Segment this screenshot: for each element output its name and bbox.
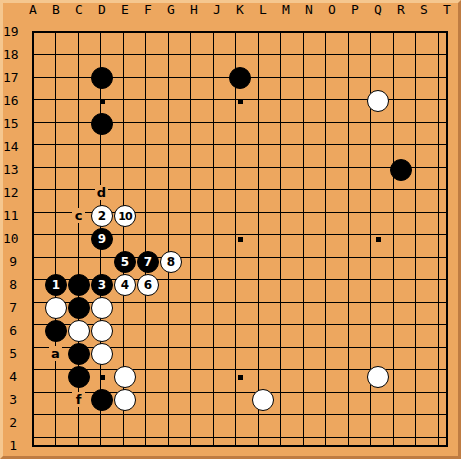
point-label-c: c bbox=[72, 208, 85, 223]
stone-black-b6 bbox=[45, 320, 67, 342]
column-label-l: L bbox=[255, 2, 271, 18]
stone-black-f9: 7 bbox=[137, 251, 159, 273]
row-label-18: 18 bbox=[3, 47, 17, 63]
stone-white-f8: 6 bbox=[137, 274, 159, 296]
stone-white-d11: 2 bbox=[91, 205, 113, 227]
move-number-7: 7 bbox=[144, 256, 152, 268]
row-label-9: 9 bbox=[3, 254, 17, 270]
column-label-q: Q bbox=[370, 2, 386, 18]
point-label-d: d bbox=[95, 185, 108, 200]
row-label-15: 15 bbox=[3, 116, 17, 132]
column-label-s: S bbox=[416, 2, 432, 18]
star-point-q10 bbox=[376, 237, 381, 242]
row-label-14: 14 bbox=[3, 139, 17, 155]
stone-black-d8: 3 bbox=[91, 274, 113, 296]
row-label-17: 17 bbox=[3, 70, 17, 86]
row-label-2: 2 bbox=[3, 415, 17, 431]
stone-black-e9: 5 bbox=[114, 251, 136, 273]
move-number-10: 10 bbox=[118, 211, 131, 222]
stone-white-e11: 10 bbox=[114, 205, 136, 227]
move-number-9: 9 bbox=[98, 233, 106, 245]
row-label-19: 19 bbox=[3, 24, 17, 40]
column-label-p: P bbox=[347, 2, 363, 18]
column-label-d: D bbox=[94, 2, 110, 18]
move-number-6: 6 bbox=[144, 279, 152, 291]
star-point-k16 bbox=[238, 99, 243, 104]
row-label-4: 4 bbox=[3, 369, 17, 385]
stone-black-d3 bbox=[91, 389, 113, 411]
stone-black-c4 bbox=[68, 366, 90, 388]
move-number-4: 4 bbox=[121, 279, 129, 291]
stone-white-b7 bbox=[45, 297, 67, 319]
column-label-g: G bbox=[163, 2, 179, 18]
stone-white-e3 bbox=[114, 389, 136, 411]
move-number-1: 1 bbox=[52, 279, 60, 291]
row-label-13: 13 bbox=[3, 162, 17, 178]
star-point-k4 bbox=[238, 375, 243, 380]
stone-black-d15 bbox=[91, 113, 113, 135]
point-label-f: f bbox=[72, 392, 85, 407]
row-label-16: 16 bbox=[3, 93, 17, 109]
stone-black-c8 bbox=[68, 274, 90, 296]
column-label-a: A bbox=[25, 2, 41, 18]
point-label-a: a bbox=[49, 346, 62, 361]
move-number-2: 2 bbox=[98, 210, 106, 222]
stone-black-r13 bbox=[390, 159, 412, 181]
stone-white-e4 bbox=[114, 366, 136, 388]
stone-black-c5 bbox=[68, 343, 90, 365]
column-label-o: O bbox=[324, 2, 340, 18]
stone-white-q16 bbox=[367, 90, 389, 112]
column-label-r: R bbox=[393, 2, 409, 18]
row-label-12: 12 bbox=[3, 185, 17, 201]
column-label-m: M bbox=[278, 2, 294, 18]
column-label-n: N bbox=[301, 2, 317, 18]
star-point-k10 bbox=[238, 237, 243, 242]
column-label-e: E bbox=[117, 2, 133, 18]
row-label-1: 1 bbox=[3, 438, 17, 454]
move-number-3: 3 bbox=[98, 279, 106, 291]
stone-white-d5 bbox=[91, 343, 113, 365]
stone-white-q4 bbox=[367, 366, 389, 388]
go-board: ABCDEFGHJKLMNOPQRST191817161514131211109… bbox=[0, 0, 461, 459]
column-label-t: T bbox=[439, 2, 455, 18]
column-label-c: C bbox=[71, 2, 87, 18]
column-label-h: H bbox=[186, 2, 202, 18]
column-label-b: B bbox=[48, 2, 64, 18]
star-point-d4 bbox=[100, 375, 105, 380]
row-label-5: 5 bbox=[3, 346, 17, 362]
move-number-5: 5 bbox=[121, 256, 129, 268]
stone-black-c7 bbox=[68, 297, 90, 319]
column-label-k: K bbox=[232, 2, 248, 18]
stone-white-g9: 8 bbox=[160, 251, 182, 273]
stone-white-e8: 4 bbox=[114, 274, 136, 296]
row-label-3: 3 bbox=[3, 392, 17, 408]
star-point-d16 bbox=[100, 99, 105, 104]
stone-black-k17 bbox=[229, 67, 251, 89]
stone-black-b8: 1 bbox=[45, 274, 67, 296]
stone-white-l3 bbox=[252, 389, 274, 411]
stone-white-d6 bbox=[91, 320, 113, 342]
row-label-10: 10 bbox=[3, 231, 17, 247]
stone-black-d10: 9 bbox=[91, 228, 113, 250]
column-label-j: J bbox=[209, 2, 225, 18]
stone-white-d7 bbox=[91, 297, 113, 319]
row-label-7: 7 bbox=[3, 300, 17, 316]
stone-black-d17 bbox=[91, 67, 113, 89]
row-label-11: 11 bbox=[3, 208, 17, 224]
column-label-f: F bbox=[140, 2, 156, 18]
row-label-6: 6 bbox=[3, 323, 17, 339]
stone-white-c6 bbox=[68, 320, 90, 342]
move-number-8: 8 bbox=[167, 256, 175, 268]
row-label-8: 8 bbox=[3, 277, 17, 293]
